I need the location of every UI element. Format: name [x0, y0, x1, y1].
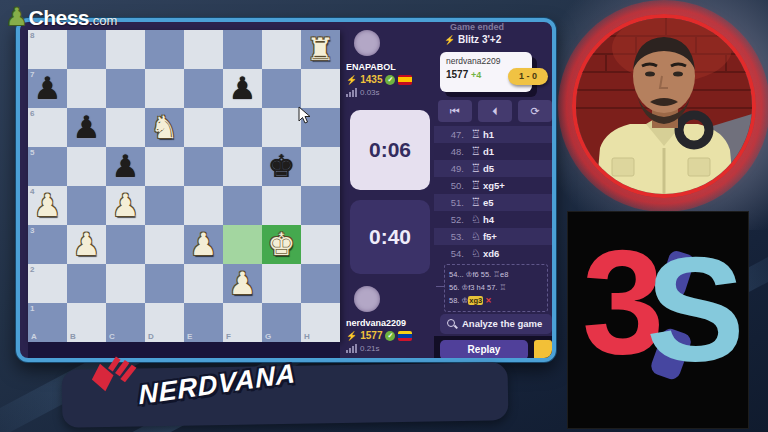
bottom-player-ping: 0.21s: [360, 344, 380, 353]
board-bottom-strip: [28, 342, 340, 358]
square-e2[interactable]: [184, 264, 223, 303]
piece-wR-h8[interactable]: ♜: [301, 30, 340, 69]
nerdvana-logo-icon: [86, 348, 146, 403]
variation-line: 58. ♔xg3 ✕: [449, 294, 543, 307]
rook-figurine: ♖: [471, 196, 481, 209]
top-player-ping: 0.03s: [360, 88, 380, 97]
rank-label-5: 5: [30, 148, 34, 157]
piece-wP-f2[interactable]: ♟: [223, 264, 262, 303]
step-back-button[interactable]: ⏴: [478, 100, 512, 122]
variation-line: 56. ♔f3 h4 57. ♖: [449, 281, 543, 294]
square-d3[interactable]: [145, 225, 184, 264]
banner-text: NERDVANA: [138, 358, 297, 411]
signal-bars-icon: [346, 344, 357, 353]
piece-wP-e3[interactable]: ♟: [184, 225, 223, 264]
square-h3[interactable]: [301, 225, 340, 264]
top-player-rating: 1435: [360, 74, 382, 85]
square-b6[interactable]: ♟: [67, 108, 106, 147]
square-f4[interactable]: [223, 186, 262, 225]
piece-wP-b3[interactable]: ♟: [67, 225, 106, 264]
rank-label-2: 2: [30, 265, 34, 274]
player-clock-column: ENAPABOL ⚡ 1435 ✓ 0.03s 0:06 0:40 nerdva…: [344, 22, 434, 358]
cut-off-button[interactable]: [534, 340, 552, 360]
square-e3[interactable]: ♟: [184, 225, 223, 264]
square-d6[interactable]: ♞: [145, 108, 184, 147]
top-player-clock: 0:06: [350, 110, 430, 190]
square-e7[interactable]: [184, 69, 223, 108]
move-row[interactable]: 49.♖d5: [434, 160, 552, 177]
square-b3[interactable]: ♟: [67, 225, 106, 264]
streamer-portrait: [576, 18, 752, 194]
file-label-B: B: [70, 332, 76, 341]
variation-box[interactable]: 54... ♔f6 55. ♖e8 56. ♔f3 h4 57. ♖ 58. ♔…: [444, 264, 548, 312]
square-g7[interactable]: [262, 69, 301, 108]
square-h4[interactable]: [301, 186, 340, 225]
piece-wP-c4[interactable]: ♟: [106, 186, 145, 225]
square-g2[interactable]: [262, 264, 301, 303]
piece-wK-g3[interactable]: ♚: [262, 225, 301, 264]
piece-bP-f7[interactable]: ♟: [223, 69, 262, 108]
square-g5[interactable]: ♚: [262, 147, 301, 186]
file-label-C: C: [109, 332, 115, 341]
square-h7[interactable]: [301, 69, 340, 108]
square-f3[interactable]: [223, 225, 262, 264]
rank-label-6: 6: [30, 109, 34, 118]
verified-badge-icon: ✓: [385, 331, 395, 341]
square-c4[interactable]: ♟: [106, 186, 145, 225]
bottom-player-clock: 0:40: [350, 200, 430, 274]
square-f2[interactable]: ♟: [223, 264, 262, 303]
piece-bP-c5[interactable]: ♟: [106, 147, 145, 186]
rank-label-3: 3: [30, 226, 34, 235]
file-label-A: A: [31, 332, 37, 341]
move-row[interactable]: 52.♘h4: [434, 211, 552, 228]
jump-to-start-button[interactable]: ⏮: [438, 100, 472, 122]
knight-figurine: ♘: [471, 247, 481, 260]
square-f7[interactable]: ♟: [223, 69, 262, 108]
score-badge: 1 - 0: [508, 68, 548, 85]
chess-board: ♜♟♟♟♞♟♚♟♟♟♟♚♟87654321ABCDEFGH: [28, 30, 340, 342]
square-c3[interactable]: [106, 225, 145, 264]
square-h8[interactable]: ♜: [301, 30, 340, 69]
chesscom-logo[interactable]: ♟ Chess .com: [6, 4, 117, 30]
magnifier-icon: [447, 319, 455, 327]
current-move-highlight: xg3: [468, 296, 483, 305]
knight-figurine: ♘: [471, 213, 481, 226]
square-d5[interactable]: [145, 147, 184, 186]
avatar-bottom-player[interactable]: [354, 286, 380, 312]
square-d8[interactable]: [145, 30, 184, 69]
rook-figurine: ♖: [471, 162, 481, 175]
game-window: ♜♟♟♟♞♟♚♟♟♟♟♚♟87654321ABCDEFGH ENAPABOL ⚡…: [16, 18, 556, 362]
bottom-player-rating: 1577: [360, 330, 382, 341]
move-row[interactable]: 51.♖e5: [434, 194, 552, 211]
square-b7[interactable]: [67, 69, 106, 108]
file-label-G: G: [265, 332, 271, 341]
result-card-name: nerdvana2209: [446, 56, 526, 66]
game-sidebar: Game ended ⚡ Blitz 3'+2 nerdvana2209 157…: [434, 22, 552, 358]
square-b2[interactable]: [67, 264, 106, 303]
rating-delta: +4: [471, 70, 481, 80]
move-list: 47.♖h1 48.♖d1 49.♖d5 50.♖xg5+ 51.♖e5 52.…: [434, 126, 552, 262]
square-e6[interactable]: [184, 108, 223, 147]
piece-bP-b6[interactable]: ♟: [67, 108, 106, 147]
square-g3[interactable]: ♚: [262, 225, 301, 264]
rook-figurine: ♖: [471, 128, 481, 141]
top-player-name[interactable]: ENAPABOL: [346, 62, 396, 72]
move-row[interactable]: 54.♘xd6: [434, 245, 552, 262]
verified-badge-icon: ✓: [385, 75, 395, 85]
rook-figurine: ♖: [471, 145, 481, 158]
brand-tld: .com: [89, 13, 117, 28]
rank-label-7: 7: [30, 70, 34, 79]
loss-mark-icon: ✕: [485, 296, 491, 305]
rank-label-1: 1: [30, 304, 34, 313]
game-mode: ⚡ Blitz 3'+2: [444, 34, 501, 45]
variation-tree-connector: [436, 286, 444, 287]
mouse-cursor: [298, 106, 311, 125]
square-h2[interactable]: [301, 264, 340, 303]
analyze-game-button[interactable]: Analyze the game: [440, 314, 552, 334]
square-d7[interactable]: [145, 69, 184, 108]
square-h5[interactable]: [301, 147, 340, 186]
square-c7[interactable]: [106, 69, 145, 108]
venezuela-flag-icon: [398, 331, 412, 341]
square-g8[interactable]: [262, 30, 301, 69]
square-f8[interactable]: [223, 30, 262, 69]
signal-bars-icon: [346, 88, 357, 97]
piece-bK-g5[interactable]: ♚: [262, 147, 301, 186]
file-label-F: F: [226, 332, 231, 341]
move-row[interactable]: 50.♖xg5+: [434, 177, 552, 194]
square-e4[interactable]: [184, 186, 223, 225]
variation-line: 54... ♔f6 55. ♖e8: [449, 268, 543, 281]
pawn-logo-icon: ♟: [6, 4, 28, 30]
rank-label-8: 8: [30, 31, 34, 40]
square-c8[interactable]: [106, 30, 145, 69]
rank-label-4: 4: [30, 187, 34, 196]
flip-board-button[interactable]: ⟳: [518, 100, 552, 122]
avatar-top-player[interactable]: [354, 30, 380, 56]
file-label-E: E: [187, 332, 192, 341]
square-f6[interactable]: [223, 108, 262, 147]
file-label-D: D: [148, 332, 154, 341]
square-c2[interactable]: [106, 264, 145, 303]
square-g4[interactable]: [262, 186, 301, 225]
replay-button[interactable]: Replay: [440, 340, 528, 360]
square-b4[interactable]: [67, 186, 106, 225]
square-b8[interactable]: [67, 30, 106, 69]
square-g6[interactable]: [262, 108, 301, 147]
square-b5[interactable]: [67, 147, 106, 186]
piece-wN-d6[interactable]: ♞: [145, 108, 184, 147]
spain-flag-icon: [398, 75, 412, 85]
webcam-feed: [572, 14, 756, 198]
file-label-H: H: [304, 332, 310, 341]
square-d4[interactable]: [145, 186, 184, 225]
square-c6[interactable]: [106, 108, 145, 147]
nerdvana-banner: NERDVANA: [62, 362, 509, 428]
square-d2[interactable]: [145, 264, 184, 303]
blitz-bolt-icon: ⚡: [346, 331, 357, 341]
game-status: Game ended: [450, 22, 504, 32]
3s-logo: 3 S: [568, 212, 748, 428]
square-e8[interactable]: [184, 30, 223, 69]
bottom-player-name[interactable]: nerdvana2209: [346, 318, 406, 328]
knight-figurine: ♘: [471, 230, 481, 243]
square-f5[interactable]: [223, 147, 262, 186]
brand-name: Chess: [29, 6, 90, 30]
square-e5[interactable]: [184, 147, 223, 186]
blitz-bolt-icon: ⚡: [346, 75, 357, 85]
blitz-bolt-icon: ⚡: [444, 35, 455, 45]
rook-figurine: ♖: [471, 179, 481, 192]
square-c5[interactable]: ♟: [106, 147, 145, 186]
move-row[interactable]: 53.♘f5+: [434, 228, 552, 245]
move-controls: ⏮ ⏴ ⟳: [438, 100, 552, 122]
move-row[interactable]: 48.♖d1: [434, 143, 552, 160]
logo-s-glyph: S: [646, 236, 745, 384]
move-row[interactable]: 47.♖h1: [434, 126, 552, 143]
